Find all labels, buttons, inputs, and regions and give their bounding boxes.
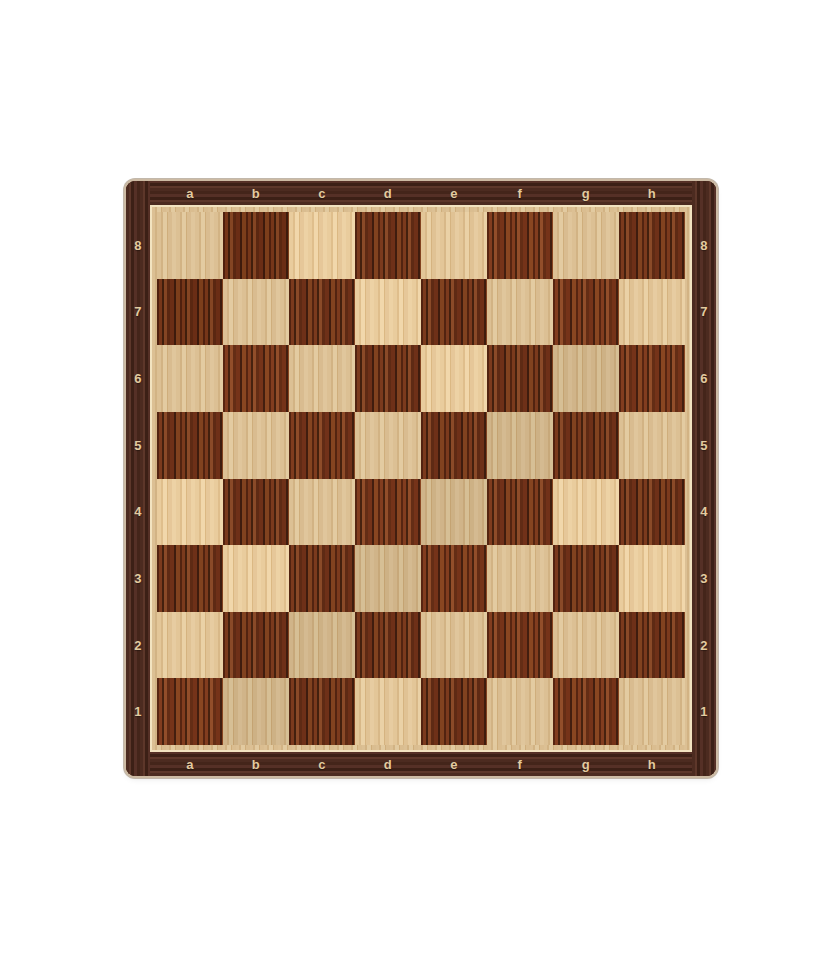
square-e1[interactable]	[421, 678, 487, 745]
file-label: d	[355, 752, 421, 776]
square-f4[interactable]	[487, 479, 553, 546]
square-d8[interactable]	[355, 212, 421, 279]
file-label: a	[157, 181, 223, 205]
rank-label: 5	[126, 412, 150, 479]
square-e6[interactable]	[421, 345, 487, 412]
rank-label: 1	[692, 678, 716, 745]
rank-label: 7	[692, 279, 716, 346]
file-label: b	[223, 181, 289, 205]
square-g1[interactable]	[553, 678, 619, 745]
square-a7[interactable]	[157, 279, 223, 346]
rank-label: 2	[692, 612, 716, 679]
square-a8[interactable]	[157, 212, 223, 279]
file-label: c	[289, 181, 355, 205]
square-b3[interactable]	[223, 545, 289, 612]
square-g3[interactable]	[553, 545, 619, 612]
file-label: g	[553, 181, 619, 205]
square-b6[interactable]	[223, 345, 289, 412]
square-d4[interactable]	[355, 479, 421, 546]
square-c2[interactable]	[289, 612, 355, 679]
file-label: a	[157, 752, 223, 776]
square-f1[interactable]	[487, 678, 553, 745]
square-d2[interactable]	[355, 612, 421, 679]
square-g2[interactable]	[553, 612, 619, 679]
square-e7[interactable]	[421, 279, 487, 346]
rank-label: 4	[126, 479, 150, 546]
square-a4[interactable]	[157, 479, 223, 546]
square-c5[interactable]	[289, 412, 355, 479]
rank-label: 6	[692, 345, 716, 412]
square-b4[interactable]	[223, 479, 289, 546]
square-b8[interactable]	[223, 212, 289, 279]
square-b5[interactable]	[223, 412, 289, 479]
rank-label: 3	[126, 545, 150, 612]
square-e2[interactable]	[421, 612, 487, 679]
file-label: d	[355, 181, 421, 205]
board-field	[150, 205, 692, 752]
square-d6[interactable]	[355, 345, 421, 412]
square-a3[interactable]	[157, 545, 223, 612]
file-label: c	[289, 752, 355, 776]
file-label: f	[487, 181, 553, 205]
square-h1[interactable]	[619, 678, 685, 745]
file-labels-bottom: abcdefgh	[157, 752, 685, 776]
square-b2[interactable]	[223, 612, 289, 679]
file-label: g	[553, 752, 619, 776]
file-label: h	[619, 752, 685, 776]
rank-label: 1	[126, 678, 150, 745]
square-f2[interactable]	[487, 612, 553, 679]
square-c8[interactable]	[289, 212, 355, 279]
square-h8[interactable]	[619, 212, 685, 279]
square-c4[interactable]	[289, 479, 355, 546]
square-h3[interactable]	[619, 545, 685, 612]
square-h6[interactable]	[619, 345, 685, 412]
square-f7[interactable]	[487, 279, 553, 346]
file-labels-top: abcdefgh	[157, 181, 685, 205]
square-c7[interactable]	[289, 279, 355, 346]
square-a5[interactable]	[157, 412, 223, 479]
square-c6[interactable]	[289, 345, 355, 412]
file-label: e	[421, 181, 487, 205]
rank-label: 2	[126, 612, 150, 679]
square-d3[interactable]	[355, 545, 421, 612]
square-e3[interactable]	[421, 545, 487, 612]
rank-label: 6	[126, 345, 150, 412]
square-a1[interactable]	[157, 678, 223, 745]
square-d5[interactable]	[355, 412, 421, 479]
file-label: h	[619, 181, 685, 205]
rank-labels-left: 87654321	[126, 212, 150, 745]
square-c1[interactable]	[289, 678, 355, 745]
rank-label: 5	[692, 412, 716, 479]
square-c3[interactable]	[289, 545, 355, 612]
square-a6[interactable]	[157, 345, 223, 412]
square-f5[interactable]	[487, 412, 553, 479]
square-h7[interactable]	[619, 279, 685, 346]
square-b7[interactable]	[223, 279, 289, 346]
square-g7[interactable]	[553, 279, 619, 346]
square-h2[interactable]	[619, 612, 685, 679]
square-g4[interactable]	[553, 479, 619, 546]
square-e8[interactable]	[421, 212, 487, 279]
square-e4[interactable]	[421, 479, 487, 546]
square-e5[interactable]	[421, 412, 487, 479]
square-d7[interactable]	[355, 279, 421, 346]
square-f6[interactable]	[487, 345, 553, 412]
rank-label: 8	[692, 212, 716, 279]
rank-labels-right: 87654321	[692, 212, 716, 745]
rank-label: 7	[126, 279, 150, 346]
rank-label: 8	[126, 212, 150, 279]
square-g5[interactable]	[553, 412, 619, 479]
file-label: e	[421, 752, 487, 776]
square-f8[interactable]	[487, 212, 553, 279]
board-grid	[157, 212, 685, 745]
square-a2[interactable]	[157, 612, 223, 679]
file-label: b	[223, 752, 289, 776]
chess-board: abcdefgh abcdefgh 87654321 87654321	[126, 181, 716, 776]
square-g6[interactable]	[553, 345, 619, 412]
square-g8[interactable]	[553, 212, 619, 279]
square-d1[interactable]	[355, 678, 421, 745]
rank-label: 4	[692, 479, 716, 546]
file-label: f	[487, 752, 553, 776]
square-f3[interactable]	[487, 545, 553, 612]
square-h5[interactable]	[619, 412, 685, 479]
rank-label: 3	[692, 545, 716, 612]
square-h4[interactable]	[619, 479, 685, 546]
square-b1[interactable]	[223, 678, 289, 745]
